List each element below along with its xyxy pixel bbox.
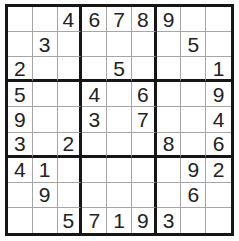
cell-r9c9-empty[interactable] [206,208,231,233]
cell-r5c4-given[interactable]: 3 [82,107,107,132]
cell-r7c2-given[interactable]: 1 [33,158,58,183]
cell-r7c8-given[interactable]: 9 [181,158,206,183]
cell-r4c6-given[interactable]: 6 [132,82,157,107]
cell-r2c9-empty[interactable] [206,32,231,57]
cell-r8c1-empty[interactable] [8,183,33,208]
cell-r6c9-given[interactable]: 6 [206,133,231,158]
cell-r1c9-empty[interactable] [206,7,231,32]
sudoku-board: 467893525154699374328641929657193 [5,4,234,236]
cell-r4c1-given[interactable]: 5 [8,82,33,107]
cell-r4c8-empty[interactable] [181,82,206,107]
cell-r3c4-empty[interactable] [82,57,107,82]
cell-r6c6-empty[interactable] [132,133,157,158]
cell-r4c2-empty[interactable] [33,82,58,107]
cell-r8c4-empty[interactable] [82,183,107,208]
cell-r2c2-given[interactable]: 3 [33,32,58,57]
cell-r7c3-empty[interactable] [58,158,83,183]
cell-r4c7-empty[interactable] [157,82,182,107]
cell-r1c7-given[interactable]: 9 [157,7,182,32]
cell-r6c2-empty[interactable] [33,133,58,158]
sudoku-page: 467893525154699374328641929657193 [0,0,239,241]
cell-r6c8-empty[interactable] [181,133,206,158]
cell-r5c2-empty[interactable] [33,107,58,132]
cell-r6c5-empty[interactable] [107,133,132,158]
cell-r3c7-empty[interactable] [157,57,182,82]
cell-r6c1-given[interactable]: 3 [8,133,33,158]
cell-r9c8-empty[interactable] [181,208,206,233]
cell-r4c3-empty[interactable] [58,82,83,107]
cell-r5c7-empty[interactable] [157,107,182,132]
cell-r5c5-empty[interactable] [107,107,132,132]
cell-r3c2-empty[interactable] [33,57,58,82]
cell-r1c8-empty[interactable] [181,7,206,32]
cell-r8c6-empty[interactable] [132,183,157,208]
cell-r6c4-empty[interactable] [82,133,107,158]
cell-r4c9-given[interactable]: 9 [206,82,231,107]
cell-r3c1-given[interactable]: 2 [8,57,33,82]
cell-r7c6-empty[interactable] [132,158,157,183]
cell-r8c8-given[interactable]: 6 [181,183,206,208]
cell-r3c5-given[interactable]: 5 [107,57,132,82]
cell-r4c5-empty[interactable] [107,82,132,107]
cell-r7c7-empty[interactable] [157,158,182,183]
cell-r1c2-empty[interactable] [33,7,58,32]
cell-r1c5-given[interactable]: 7 [107,7,132,32]
cell-r9c7-given[interactable]: 3 [157,208,182,233]
cell-r1c4-given[interactable]: 6 [82,7,107,32]
cell-r9c1-empty[interactable] [8,208,33,233]
cell-r2c6-empty[interactable] [132,32,157,57]
cell-r9c4-given[interactable]: 7 [82,208,107,233]
cell-r9c6-given[interactable]: 9 [132,208,157,233]
cell-r8c7-empty[interactable] [157,183,182,208]
cell-r6c3-given[interactable]: 2 [58,133,83,158]
cell-r7c4-empty[interactable] [82,158,107,183]
cell-r4c4-given[interactable]: 4 [82,82,107,107]
cell-r6c7-given[interactable]: 8 [157,133,182,158]
cell-r7c1-given[interactable]: 4 [8,158,33,183]
cell-r3c6-empty[interactable] [132,57,157,82]
cell-r8c3-empty[interactable] [58,183,83,208]
cell-r7c5-empty[interactable] [107,158,132,183]
cell-r5c1-given[interactable]: 9 [8,107,33,132]
cell-r3c8-empty[interactable] [181,57,206,82]
cell-r8c2-given[interactable]: 9 [33,183,58,208]
cell-r7c9-given[interactable]: 2 [206,158,231,183]
cell-r1c3-given[interactable]: 4 [58,7,83,32]
cell-r9c5-given[interactable]: 1 [107,208,132,233]
cell-r2c3-empty[interactable] [58,32,83,57]
cell-r5c8-empty[interactable] [181,107,206,132]
cell-r2c5-empty[interactable] [107,32,132,57]
cell-r3c3-empty[interactable] [58,57,83,82]
cell-r9c2-empty[interactable] [33,208,58,233]
cell-r8c9-empty[interactable] [206,183,231,208]
cell-r8c5-empty[interactable] [107,183,132,208]
cell-r1c6-given[interactable]: 8 [132,7,157,32]
cell-r2c7-empty[interactable] [157,32,182,57]
cell-r9c3-given[interactable]: 5 [58,208,83,233]
cell-r3c9-given[interactable]: 1 [206,57,231,82]
cell-r5c9-given[interactable]: 4 [206,107,231,132]
cell-r5c6-given[interactable]: 7 [132,107,157,132]
cell-r1c1-empty[interactable] [8,7,33,32]
cell-r2c8-given[interactable]: 5 [181,32,206,57]
cell-r2c1-empty[interactable] [8,32,33,57]
cell-r5c3-empty[interactable] [58,107,83,132]
cell-r2c4-empty[interactable] [82,32,107,57]
